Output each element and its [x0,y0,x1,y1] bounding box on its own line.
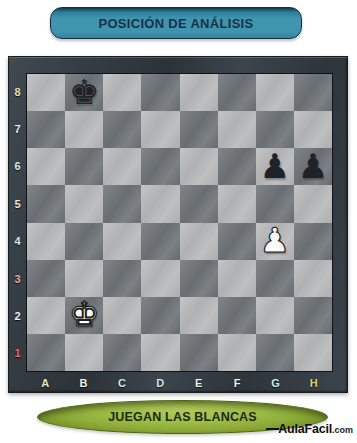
square-f1[interactable] [218,334,256,371]
square-b8[interactable]: ♚ [65,74,103,111]
square-a7[interactable] [27,111,65,148]
square-c6[interactable] [103,148,141,185]
file-label-d: D [141,372,179,393]
square-a3[interactable] [27,260,65,297]
rank-label-4: 4 [9,223,26,260]
square-c3[interactable] [103,260,141,297]
square-d4[interactable] [141,223,179,260]
analysis-page: POSICIÓN DE ANÁLISIS 87654321 ♚♟♟♟♚ ABCD… [0,0,357,443]
square-g4[interactable]: ♟ [256,223,294,260]
square-d5[interactable] [141,185,179,222]
square-h5[interactable] [294,185,332,222]
square-d3[interactable] [141,260,179,297]
piece-white-king-b2: ♚ [69,297,99,331]
square-e7[interactable] [180,111,218,148]
file-label-c: C [103,372,141,393]
square-b5[interactable] [65,185,103,222]
chess-board: 87654321 ♚♟♟♟♚ ABCDEFGH [8,56,348,393]
square-b6[interactable] [65,148,103,185]
rank-label-3: 3 [9,260,26,297]
square-a4[interactable] [27,223,65,260]
rank-label-1: 1 [9,335,26,372]
rank-label-5: 5 [9,185,26,222]
square-h6[interactable]: ♟ [294,148,332,185]
square-e6[interactable] [180,148,218,185]
square-h3[interactable] [294,260,332,297]
square-g6[interactable]: ♟ [256,148,294,185]
rank-label-7: 7 [9,110,26,147]
square-e8[interactable] [180,74,218,111]
square-b2[interactable]: ♚ [65,297,103,334]
square-f5[interactable] [218,185,256,222]
square-d8[interactable] [141,74,179,111]
square-e3[interactable] [180,260,218,297]
square-f7[interactable] [218,111,256,148]
square-b7[interactable] [65,111,103,148]
square-a8[interactable] [27,74,65,111]
square-h1[interactable] [294,334,332,371]
file-labels: ABCDEFGH [26,372,333,393]
piece-black-pawn-h6: ♟ [298,149,328,183]
square-g2[interactable] [256,297,294,334]
square-f2[interactable] [218,297,256,334]
square-h7[interactable] [294,111,332,148]
aulafacil-logo: AulaFacil .com [266,422,353,436]
square-a1[interactable] [27,334,65,371]
square-d7[interactable] [141,111,179,148]
square-c2[interactable] [103,297,141,334]
piece-black-pawn-g6: ♟ [260,149,290,183]
piece-black-king-b8: ♚ [69,75,99,109]
square-b1[interactable] [65,334,103,371]
square-e5[interactable] [180,185,218,222]
square-c8[interactable] [103,74,141,111]
board-squares: ♚♟♟♟♚ [26,73,333,372]
rank-label-8: 8 [9,73,26,110]
square-g1[interactable] [256,334,294,371]
square-c5[interactable] [103,185,141,222]
rank-label-2: 2 [9,297,26,334]
square-d2[interactable] [141,297,179,334]
square-f8[interactable] [218,74,256,111]
aulafacil-logo-suffix: .com [332,425,353,435]
file-label-e: E [180,372,218,393]
square-g3[interactable] [256,260,294,297]
square-a6[interactable] [27,148,65,185]
file-label-a: A [26,372,64,393]
square-a2[interactable] [27,297,65,334]
square-d6[interactable] [141,148,179,185]
square-g7[interactable] [256,111,294,148]
file-label-g: G [256,372,294,393]
analysis-title-banner: POSICIÓN DE ANÁLISIS [50,7,302,39]
file-label-b: B [64,372,102,393]
aulafacil-logo-text: AulaFacil [278,422,332,436]
square-h8[interactable] [294,74,332,111]
square-f4[interactable] [218,223,256,260]
square-d1[interactable] [141,334,179,371]
square-c4[interactable] [103,223,141,260]
rank-labels: 87654321 [9,73,26,372]
square-e1[interactable] [180,334,218,371]
square-a5[interactable] [27,185,65,222]
square-h4[interactable] [294,223,332,260]
square-g8[interactable] [256,74,294,111]
square-g5[interactable] [256,185,294,222]
square-f6[interactable] [218,148,256,185]
piece-white-pawn-g4: ♟ [260,223,290,257]
square-c1[interactable] [103,334,141,371]
analysis-title-label: POSICIÓN DE ANÁLISIS [98,16,253,31]
square-e2[interactable] [180,297,218,334]
square-e4[interactable] [180,223,218,260]
square-h2[interactable] [294,297,332,334]
square-c7[interactable] [103,111,141,148]
square-b3[interactable] [65,260,103,297]
file-label-h: H [295,372,333,393]
square-b4[interactable] [65,223,103,260]
rank-label-6: 6 [9,148,26,185]
square-f3[interactable] [218,260,256,297]
file-label-f: F [218,372,256,393]
turn-banner-label: JUEGAN LAS BLANCAS [108,410,257,424]
